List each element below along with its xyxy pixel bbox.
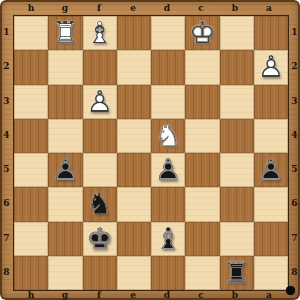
- rank-label: 1: [0, 15, 13, 49]
- rank-label: 7: [0, 221, 13, 255]
- square-a4[interactable]: [254, 119, 288, 153]
- square-d7[interactable]: ♝♗: [151, 222, 185, 256]
- file-label: f: [82, 290, 116, 300]
- square-d3[interactable]: [151, 85, 185, 119]
- black-pawn[interactable]: ♟♙: [151, 153, 185, 187]
- square-g6[interactable]: [48, 187, 82, 221]
- white-bishop[interactable]: ♝♗: [83, 16, 117, 50]
- pawn-outline-icon: ♙: [155, 155, 182, 185]
- file-label: h: [14, 290, 48, 300]
- square-a5[interactable]: ♟♙: [254, 153, 288, 187]
- square-a7[interactable]: [254, 222, 288, 256]
- square-d6[interactable]: [151, 187, 185, 221]
- square-e8[interactable]: [117, 256, 151, 290]
- file-label: e: [116, 0, 150, 15]
- file-label: a: [252, 0, 286, 15]
- black-to-move-dot: [286, 286, 295, 295]
- square-d1[interactable]: [151, 16, 185, 50]
- square-g5[interactable]: ♟♙: [48, 153, 82, 187]
- square-c1[interactable]: ♚♔: [185, 16, 219, 50]
- rank-label: 2: [289, 49, 300, 83]
- rank-labels-left: 12345678: [0, 15, 13, 289]
- square-b2[interactable]: [220, 50, 254, 84]
- square-h4[interactable]: [14, 119, 48, 153]
- rook-outline-icon: ♖: [52, 18, 79, 48]
- square-f6[interactable]: ♞♘: [83, 187, 117, 221]
- square-d2[interactable]: [151, 50, 185, 84]
- square-a1[interactable]: [254, 16, 288, 50]
- file-label: g: [48, 290, 82, 300]
- square-e2[interactable]: [117, 50, 151, 84]
- square-e6[interactable]: [117, 187, 151, 221]
- square-f3[interactable]: ♟♙: [83, 85, 117, 119]
- square-h7[interactable]: [14, 222, 48, 256]
- file-label: e: [116, 290, 150, 300]
- file-label: g: [48, 0, 82, 15]
- square-g1[interactable]: ♜♖: [48, 16, 82, 50]
- white-pawn[interactable]: ♟♙: [254, 50, 288, 84]
- pawn-outline-icon: ♙: [52, 155, 79, 185]
- rank-label: 3: [289, 84, 300, 118]
- file-label: b: [218, 0, 252, 15]
- square-f8[interactable]: [83, 256, 117, 290]
- white-knight[interactable]: ♞♘: [151, 119, 185, 153]
- square-g8[interactable]: [48, 256, 82, 290]
- square-h2[interactable]: [14, 50, 48, 84]
- file-label: d: [150, 290, 184, 300]
- square-f5[interactable]: [83, 153, 117, 187]
- file-label: f: [82, 0, 116, 15]
- black-pawn[interactable]: ♟♙: [48, 153, 82, 187]
- rank-label: 2: [0, 49, 13, 83]
- square-b7[interactable]: [220, 222, 254, 256]
- bishop-outline-icon: ♗: [155, 224, 182, 254]
- square-e3[interactable]: [117, 85, 151, 119]
- square-h5[interactable]: [14, 153, 48, 187]
- square-g2[interactable]: [48, 50, 82, 84]
- square-f4[interactable]: [83, 119, 117, 153]
- rank-label: 8: [289, 255, 300, 289]
- king-outline-icon: ♔: [189, 18, 216, 48]
- square-h6[interactable]: [14, 187, 48, 221]
- chess-board: ♜♖♝♗♚♔♟♙♟♙♞♘♟♙♟♙♟♙♞♘♚♔♝♗♜♖: [13, 15, 289, 291]
- file-labels-top: hgfedcba: [14, 0, 286, 15]
- file-label: d: [150, 0, 184, 15]
- file-label: c: [184, 0, 218, 15]
- square-g3[interactable]: [48, 85, 82, 119]
- square-e4[interactable]: [117, 119, 151, 153]
- square-c8[interactable]: [185, 256, 219, 290]
- rank-label: 8: [0, 255, 13, 289]
- square-a6[interactable]: [254, 187, 288, 221]
- square-c4[interactable]: [185, 119, 219, 153]
- square-c7[interactable]: [185, 222, 219, 256]
- square-d5[interactable]: ♟♙: [151, 153, 185, 187]
- file-label: a: [252, 290, 286, 300]
- square-h1[interactable]: [14, 16, 48, 50]
- square-c2[interactable]: [185, 50, 219, 84]
- rook-outline-icon: ♖: [223, 258, 250, 288]
- rank-label: 5: [289, 152, 300, 186]
- rank-label: 6: [0, 186, 13, 220]
- square-e1[interactable]: [117, 16, 151, 50]
- black-king[interactable]: ♚♔: [83, 222, 117, 256]
- knight-outline-icon: ♘: [155, 121, 182, 151]
- square-c6[interactable]: [185, 187, 219, 221]
- pawn-outline-icon: ♙: [257, 155, 284, 185]
- square-b6[interactable]: [220, 187, 254, 221]
- file-label: b: [218, 290, 252, 300]
- square-d4[interactable]: ♞♘: [151, 119, 185, 153]
- black-bishop[interactable]: ♝♗: [151, 222, 185, 256]
- rank-label: 4: [289, 118, 300, 152]
- rank-label: 3: [0, 84, 13, 118]
- square-h8[interactable]: [14, 256, 48, 290]
- black-rook[interactable]: ♜♖: [220, 256, 254, 290]
- square-d8[interactable]: [151, 256, 185, 290]
- king-outline-icon: ♔: [86, 224, 113, 254]
- square-g7[interactable]: [48, 222, 82, 256]
- square-b5[interactable]: [220, 153, 254, 187]
- square-a8[interactable]: [254, 256, 288, 290]
- rank-label: 5: [0, 152, 13, 186]
- knight-outline-icon: ♘: [86, 189, 113, 219]
- square-e5[interactable]: [117, 153, 151, 187]
- black-pawn[interactable]: ♟♙: [254, 153, 288, 187]
- square-f1[interactable]: ♝♗: [83, 16, 117, 50]
- rank-label: 1: [289, 15, 300, 49]
- file-label: c: [184, 290, 218, 300]
- square-h3[interactable]: [14, 85, 48, 119]
- rank-label: 4: [0, 118, 13, 152]
- pawn-outline-icon: ♙: [257, 52, 284, 82]
- chess-board-diagram: hgfedcba hgfedcba 12345678 12345678 ♜♖♝♗…: [0, 0, 300, 300]
- rank-labels-right: 12345678: [289, 15, 300, 289]
- square-c3[interactable]: [185, 85, 219, 119]
- square-b3[interactable]: [220, 85, 254, 119]
- square-b8[interactable]: ♜♖: [220, 256, 254, 290]
- pawn-outline-icon: ♙: [86, 87, 113, 117]
- square-g4[interactable]: [48, 119, 82, 153]
- white-rook[interactable]: ♜♖: [48, 16, 82, 50]
- black-knight[interactable]: ♞♘: [83, 187, 117, 221]
- file-label: h: [14, 0, 48, 15]
- square-b1[interactable]: [220, 16, 254, 50]
- white-king[interactable]: ♚♔: [185, 16, 219, 50]
- square-a3[interactable]: [254, 85, 288, 119]
- square-e7[interactable]: [117, 222, 151, 256]
- rank-label: 7: [289, 221, 300, 255]
- square-f7[interactable]: ♚♔: [83, 222, 117, 256]
- square-b4[interactable]: [220, 119, 254, 153]
- rank-label: 6: [289, 186, 300, 220]
- square-c5[interactable]: [185, 153, 219, 187]
- bishop-outline-icon: ♗: [86, 18, 113, 48]
- file-labels-bottom: hgfedcba: [14, 290, 286, 300]
- square-f2[interactable]: [83, 50, 117, 84]
- square-a2[interactable]: ♟♙: [254, 50, 288, 84]
- white-pawn[interactable]: ♟♙: [83, 85, 117, 119]
